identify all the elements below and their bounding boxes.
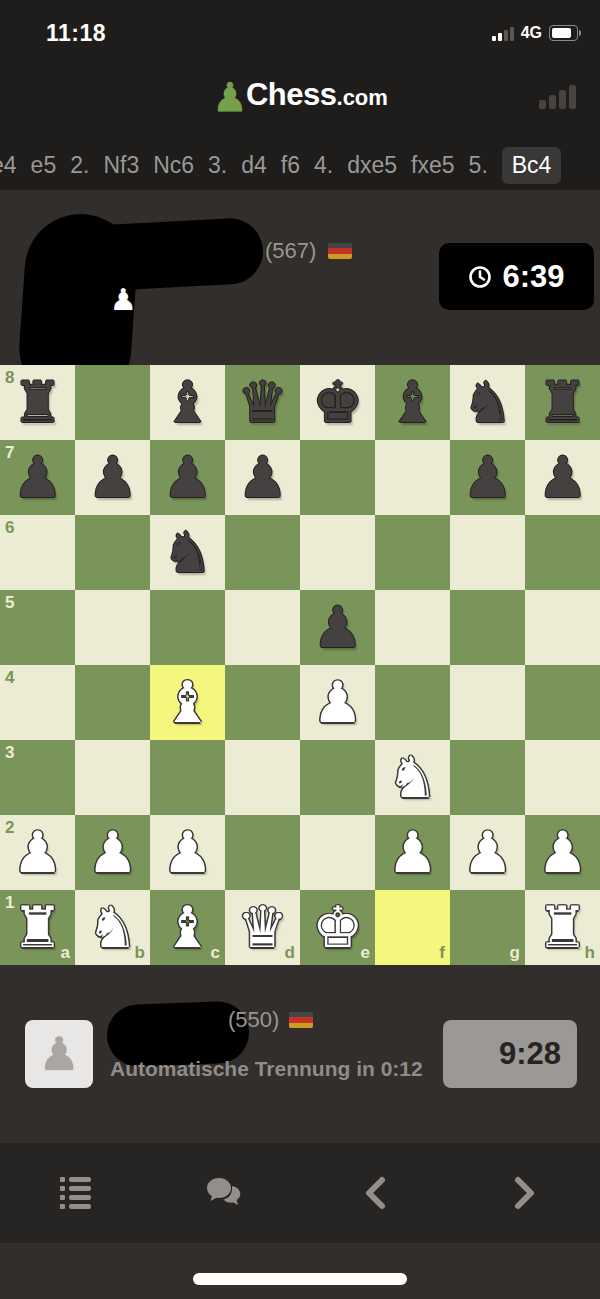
rating-bottom: (550)	[228, 1007, 279, 1033]
piece-white-pawn[interactable]: ♟	[162, 824, 213, 881]
logo-brand-text: Chess	[246, 77, 337, 113]
square-b3[interactable]	[75, 740, 150, 815]
file-label-c: c	[211, 943, 220, 963]
square-e1[interactable]: e♚	[300, 890, 375, 965]
piece-black-pawn[interactable]: ♟	[12, 449, 63, 506]
chat-icon	[205, 1176, 245, 1210]
piece-white-knight[interactable]: ♞	[387, 749, 438, 806]
square-a4[interactable]: 4	[0, 665, 75, 740]
rank-label-5: 5	[5, 593, 14, 613]
chess-board[interactable]: 8♜♝♛♚♝♞♜7♟♟♟♟♟♟6♞5♟4♝♟3♞2♟♟♟♟♟♟1a♜b♞c♝d♛…	[0, 365, 600, 965]
germany-flag-icon	[328, 243, 352, 259]
piece-white-queen[interactable]: ♛	[237, 899, 288, 956]
square-d6[interactable]	[225, 515, 300, 590]
square-g7[interactable]: ♟	[450, 440, 525, 515]
square-h3[interactable]	[525, 740, 600, 815]
square-g4[interactable]	[450, 665, 525, 740]
square-g3[interactable]	[450, 740, 525, 815]
file-label-g: g	[510, 943, 520, 963]
square-h4[interactable]	[525, 665, 600, 740]
piece-white-pawn[interactable]: ♟	[537, 824, 588, 881]
piece-black-rook[interactable]: ♜	[12, 374, 63, 431]
square-a3[interactable]: 3	[0, 740, 75, 815]
file-label-b: b	[135, 943, 145, 963]
rank-label-1: 1	[5, 893, 14, 913]
piece-white-pawn[interactable]: ♟	[387, 824, 438, 881]
square-c8[interactable]: ♝	[150, 365, 225, 440]
piece-white-knight[interactable]: ♞	[87, 899, 138, 956]
rank-label-4: 4	[5, 668, 14, 688]
move-item[interactable]: e4	[0, 152, 17, 179]
back-button[interactable]	[300, 1143, 450, 1243]
square-h8[interactable]: ♜	[525, 365, 600, 440]
piece-white-bishop[interactable]: ♝	[162, 899, 213, 956]
player-bottom-white: ♟ (550) Automatische Trennung in 0:12 9:…	[0, 965, 600, 1143]
square-d4[interactable]	[225, 665, 300, 740]
square-b4[interactable]	[75, 665, 150, 740]
home-indicator[interactable]	[193, 1273, 407, 1285]
rating-top: (567)	[265, 238, 316, 264]
square-a6[interactable]: 6	[0, 515, 75, 590]
move-item[interactable]: fxe5	[411, 152, 454, 179]
piece-white-rook[interactable]: ♜	[12, 899, 63, 956]
redacted-name-scribble	[56, 217, 264, 294]
piece-black-knight[interactable]: ♞	[462, 374, 513, 431]
connection-strength-icon	[539, 85, 576, 109]
move-item[interactable]: Bc4	[502, 147, 562, 184]
square-a1[interactable]: 1a♜	[0, 890, 75, 965]
square-g5[interactable]	[450, 590, 525, 665]
bottom-toolbar	[0, 1143, 600, 1243]
home-indicator-area	[0, 1243, 600, 1299]
square-b8[interactable]	[75, 365, 150, 440]
square-c6[interactable]: ♞	[150, 515, 225, 590]
move-list-icon	[60, 1177, 91, 1209]
square-b5[interactable]	[75, 590, 150, 665]
square-f6[interactable]	[375, 515, 450, 590]
move-item[interactable]: Nc6	[153, 152, 194, 179]
move-item[interactable]: dxe5	[347, 152, 397, 179]
square-g2[interactable]: ♟	[450, 815, 525, 890]
square-d5[interactable]	[225, 590, 300, 665]
square-f5[interactable]	[375, 590, 450, 665]
square-d2[interactable]	[225, 815, 300, 890]
square-f7[interactable]	[375, 440, 450, 515]
square-h2[interactable]: ♟	[525, 815, 600, 890]
square-d3[interactable]	[225, 740, 300, 815]
square-e2[interactable]	[300, 815, 375, 890]
move-item[interactable]: e5	[31, 152, 57, 179]
move-item[interactable]: 3.	[208, 152, 227, 179]
avatar[interactable]: ♟	[25, 1020, 93, 1088]
file-label-f: f	[439, 943, 445, 963]
battery-icon	[549, 25, 578, 41]
status-time: 11:18	[46, 20, 106, 47]
rank-label-6: 6	[5, 518, 14, 538]
square-f1[interactable]: f	[375, 890, 450, 965]
piece-white-king[interactable]: ♚	[312, 899, 363, 956]
square-c7[interactable]: ♟	[150, 440, 225, 515]
square-c1[interactable]: c♝	[150, 890, 225, 965]
status-bar: 11:18 4G	[0, 0, 600, 55]
piece-black-pawn[interactable]: ♟	[462, 449, 513, 506]
square-a7[interactable]: 7♟	[0, 440, 75, 515]
square-e5[interactable]: ♟	[300, 590, 375, 665]
square-a8[interactable]: 8♜	[0, 365, 75, 440]
chevron-left-icon	[362, 1175, 388, 1211]
piece-black-king[interactable]: ♚	[312, 374, 363, 431]
status-indicators: 4G	[492, 24, 578, 42]
square-f3[interactable]: ♞	[375, 740, 450, 815]
piece-black-knight[interactable]: ♞	[162, 524, 213, 581]
square-h6[interactable]	[525, 515, 600, 590]
move-item[interactable]: d4	[241, 152, 267, 179]
clock-icon	[468, 265, 492, 289]
piece-black-pawn[interactable]: ♟	[162, 449, 213, 506]
app-header: ♟Chess.com	[0, 55, 600, 140]
file-label-h: h	[585, 943, 595, 963]
square-d8[interactable]: ♛	[225, 365, 300, 440]
piece-black-pawn[interactable]: ♟	[87, 449, 138, 506]
piece-black-pawn[interactable]: ♟	[312, 599, 363, 656]
piece-white-pawn[interactable]: ♟	[312, 674, 363, 731]
move-list-button[interactable]	[0, 1143, 150, 1243]
piece-black-bishop[interactable]: ♝	[162, 374, 213, 431]
piece-white-pawn[interactable]: ♟	[12, 824, 63, 881]
move-list: e4e52.Nf3Nc63.d4f64.dxe5fxe55.Bc4	[0, 140, 600, 190]
piece-black-pawn[interactable]: ♟	[237, 449, 288, 506]
square-f4[interactable]	[375, 665, 450, 740]
square-g8[interactable]: ♞	[450, 365, 525, 440]
piece-black-rook[interactable]: ♜	[537, 374, 588, 431]
square-d1[interactable]: d♛	[225, 890, 300, 965]
square-b1[interactable]: b♞	[75, 890, 150, 965]
file-label-a: a	[61, 943, 70, 963]
disconnect-warning-text: Automatische Trennung in 0:12	[110, 1057, 423, 1081]
forward-button[interactable]	[450, 1143, 600, 1243]
square-g1[interactable]: g	[450, 890, 525, 965]
move-item[interactable]: 5.	[469, 152, 488, 179]
cellular-signal-icon	[492, 26, 514, 41]
square-f8[interactable]: ♝	[375, 365, 450, 440]
move-item[interactable]: 2.	[70, 152, 89, 179]
file-label-d: d	[285, 943, 295, 963]
file-label-e: e	[361, 943, 370, 963]
logo-brand-suffix: .com	[337, 85, 388, 111]
square-g6[interactable]	[450, 515, 525, 590]
square-h1[interactable]: h♜	[525, 890, 600, 965]
square-c4[interactable]: ♝	[150, 665, 225, 740]
square-e7[interactable]	[300, 440, 375, 515]
chess-app-screen: 11:18 4G ♟Chess.com e4e52.Nf3Nc63.d4f64.…	[0, 0, 600, 1299]
top-bar-block: 11:18 4G ♟Chess.com e4e52.Nf3Nc63.d4f64.…	[0, 0, 600, 190]
rank-label-2: 2	[5, 818, 14, 838]
chat-button[interactable]	[150, 1143, 300, 1243]
piece-black-pawn[interactable]: ♟	[537, 449, 588, 506]
move-item[interactable]: Nf3	[103, 152, 139, 179]
chesscom-logo: ♟Chess.com	[0, 77, 600, 113]
move-item[interactable]: f6	[281, 152, 300, 179]
square-e3[interactable]	[300, 740, 375, 815]
clock-black-time: 6:39	[502, 259, 564, 295]
piece-black-bishop[interactable]: ♝	[387, 374, 438, 431]
square-b2[interactable]: ♟	[75, 815, 150, 890]
square-c3[interactable]	[150, 740, 225, 815]
square-e6[interactable]	[300, 515, 375, 590]
clock-black: 6:39	[439, 243, 594, 310]
square-a2[interactable]: 2♟	[0, 815, 75, 890]
square-h5[interactable]	[525, 590, 600, 665]
square-d7[interactable]: ♟	[225, 440, 300, 515]
piece-white-pawn[interactable]: ♟	[462, 824, 513, 881]
captured-white-pawn-icon: ♟	[110, 282, 137, 317]
square-a5[interactable]: 5	[0, 590, 75, 665]
rank-label-7: 7	[5, 443, 14, 463]
rank-label-3: 3	[5, 743, 14, 763]
square-c5[interactable]	[150, 590, 225, 665]
square-e4[interactable]: ♟	[300, 665, 375, 740]
player-top-black: (567) ♟ 6:39	[0, 190, 600, 365]
clock-white: 9:28	[443, 1020, 577, 1088]
piece-white-rook[interactable]: ♜	[537, 899, 588, 956]
clock-white-time: 9:28	[499, 1036, 561, 1072]
square-e8[interactable]: ♚	[300, 365, 375, 440]
square-h7[interactable]: ♟	[525, 440, 600, 515]
piece-white-pawn[interactable]: ♟	[87, 824, 138, 881]
square-f2[interactable]: ♟	[375, 815, 450, 890]
avatar-pawn-icon: ♟	[38, 1031, 79, 1077]
square-c2[interactable]: ♟	[150, 815, 225, 890]
germany-flag-icon	[289, 1012, 313, 1028]
piece-black-queen[interactable]: ♛	[237, 374, 288, 431]
rank-label-8: 8	[5, 368, 14, 388]
square-b7[interactable]: ♟	[75, 440, 150, 515]
move-item[interactable]: 4.	[314, 152, 333, 179]
piece-white-bishop[interactable]: ♝	[162, 674, 213, 731]
network-type-label: 4G	[521, 24, 542, 42]
chevron-right-icon	[512, 1175, 538, 1211]
square-b6[interactable]	[75, 515, 150, 590]
